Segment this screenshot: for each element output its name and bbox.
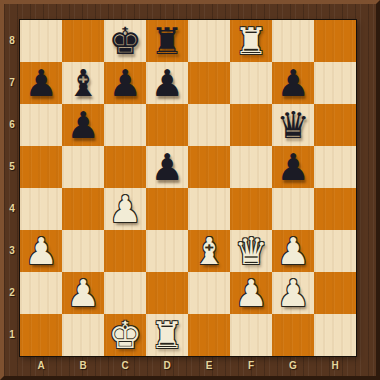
square-a1[interactable] xyxy=(20,314,62,356)
square-b5[interactable] xyxy=(62,146,104,188)
square-d1[interactable]: ♜ xyxy=(146,314,188,356)
square-d6[interactable] xyxy=(146,104,188,146)
white-king[interactable]: ♚ xyxy=(104,314,146,356)
black-pawn[interactable]: ♟ xyxy=(272,146,314,188)
square-f8[interactable]: ♜ xyxy=(230,20,272,62)
square-c2[interactable] xyxy=(104,272,146,314)
square-a4[interactable] xyxy=(20,188,62,230)
square-a5[interactable] xyxy=(20,146,62,188)
square-f6[interactable] xyxy=(230,104,272,146)
square-e8[interactable] xyxy=(188,20,230,62)
chess-board: ♚♜♜♟♝♟♟♟♟♛♟♟♟♟♝♛♟♟♟♟♚♜ xyxy=(20,20,356,356)
square-b3[interactable] xyxy=(62,230,104,272)
black-rook[interactable]: ♜ xyxy=(146,20,188,62)
square-c3[interactable] xyxy=(104,230,146,272)
square-h7[interactable] xyxy=(314,62,356,104)
square-d8[interactable]: ♜ xyxy=(146,20,188,62)
square-a3[interactable]: ♟ xyxy=(20,230,62,272)
white-pawn[interactable]: ♟ xyxy=(272,230,314,272)
black-bishop[interactable]: ♝ xyxy=(62,62,104,104)
square-f4[interactable] xyxy=(230,188,272,230)
file-label-c: C xyxy=(104,357,146,375)
square-h1[interactable] xyxy=(314,314,356,356)
square-f7[interactable] xyxy=(230,62,272,104)
file-label-a: A xyxy=(20,357,62,375)
rank-label-4: 4 xyxy=(4,188,20,230)
square-e2[interactable] xyxy=(188,272,230,314)
black-pawn[interactable]: ♟ xyxy=(272,62,314,104)
black-pawn[interactable]: ♟ xyxy=(62,104,104,146)
square-g4[interactable] xyxy=(272,188,314,230)
square-c7[interactable]: ♟ xyxy=(104,62,146,104)
board-frame: ♚♜♜♟♝♟♟♟♟♛♟♟♟♟♝♛♟♟♟♟♚♜ 87654321ABCDEFGH xyxy=(0,0,380,380)
white-rook[interactable]: ♜ xyxy=(146,314,188,356)
square-f1[interactable] xyxy=(230,314,272,356)
black-king[interactable]: ♚ xyxy=(104,20,146,62)
square-f5[interactable] xyxy=(230,146,272,188)
black-pawn[interactable]: ♟ xyxy=(146,146,188,188)
square-b8[interactable] xyxy=(62,20,104,62)
square-h5[interactable] xyxy=(314,146,356,188)
white-queen[interactable]: ♛ xyxy=(230,230,272,272)
file-label-b: B xyxy=(62,357,104,375)
square-c5[interactable] xyxy=(104,146,146,188)
file-label-f: F xyxy=(230,357,272,375)
white-pawn[interactable]: ♟ xyxy=(272,272,314,314)
square-g3[interactable]: ♟ xyxy=(272,230,314,272)
rank-label-3: 3 xyxy=(4,230,20,272)
square-e4[interactable] xyxy=(188,188,230,230)
square-f3[interactable]: ♛ xyxy=(230,230,272,272)
square-a6[interactable] xyxy=(20,104,62,146)
square-f2[interactable]: ♟ xyxy=(230,272,272,314)
square-g5[interactable]: ♟ xyxy=(272,146,314,188)
square-g8[interactable] xyxy=(272,20,314,62)
white-pawn[interactable]: ♟ xyxy=(104,188,146,230)
black-pawn[interactable]: ♟ xyxy=(146,62,188,104)
white-bishop[interactable]: ♝ xyxy=(188,230,230,272)
black-pawn[interactable]: ♟ xyxy=(104,62,146,104)
square-e6[interactable] xyxy=(188,104,230,146)
square-d2[interactable] xyxy=(146,272,188,314)
square-h6[interactable] xyxy=(314,104,356,146)
square-a7[interactable]: ♟ xyxy=(20,62,62,104)
white-pawn[interactable]: ♟ xyxy=(230,272,272,314)
square-b6[interactable]: ♟ xyxy=(62,104,104,146)
square-d4[interactable] xyxy=(146,188,188,230)
square-e5[interactable] xyxy=(188,146,230,188)
square-h8[interactable] xyxy=(314,20,356,62)
square-c1[interactable]: ♚ xyxy=(104,314,146,356)
square-c4[interactable]: ♟ xyxy=(104,188,146,230)
square-c8[interactable]: ♚ xyxy=(104,20,146,62)
square-a8[interactable] xyxy=(20,20,62,62)
square-b4[interactable] xyxy=(62,188,104,230)
rank-label-1: 1 xyxy=(4,314,20,356)
square-h4[interactable] xyxy=(314,188,356,230)
square-a2[interactable] xyxy=(20,272,62,314)
rank-label-6: 6 xyxy=(4,104,20,146)
black-queen[interactable]: ♛ xyxy=(272,104,314,146)
square-d3[interactable] xyxy=(146,230,188,272)
square-b7[interactable]: ♝ xyxy=(62,62,104,104)
square-e7[interactable] xyxy=(188,62,230,104)
white-pawn[interactable]: ♟ xyxy=(62,272,104,314)
square-e3[interactable]: ♝ xyxy=(188,230,230,272)
white-pawn[interactable]: ♟ xyxy=(20,230,62,272)
square-e1[interactable] xyxy=(188,314,230,356)
square-b1[interactable] xyxy=(62,314,104,356)
square-h3[interactable] xyxy=(314,230,356,272)
square-g6[interactable]: ♛ xyxy=(272,104,314,146)
square-b2[interactable]: ♟ xyxy=(62,272,104,314)
square-h2[interactable] xyxy=(314,272,356,314)
rank-label-2: 2 xyxy=(4,272,20,314)
square-g1[interactable] xyxy=(272,314,314,356)
file-label-g: G xyxy=(272,357,314,375)
rank-label-5: 5 xyxy=(4,146,20,188)
file-label-e: E xyxy=(188,357,230,375)
file-label-h: H xyxy=(314,357,356,375)
square-d5[interactable]: ♟ xyxy=(146,146,188,188)
square-c6[interactable] xyxy=(104,104,146,146)
square-g2[interactable]: ♟ xyxy=(272,272,314,314)
square-g7[interactable]: ♟ xyxy=(272,62,314,104)
black-pawn[interactable]: ♟ xyxy=(20,62,62,104)
file-label-d: D xyxy=(146,357,188,375)
rank-label-8: 8 xyxy=(4,20,20,62)
square-d7[interactable]: ♟ xyxy=(146,62,188,104)
rank-label-7: 7 xyxy=(4,62,20,104)
white-rook[interactable]: ♜ xyxy=(230,20,272,62)
